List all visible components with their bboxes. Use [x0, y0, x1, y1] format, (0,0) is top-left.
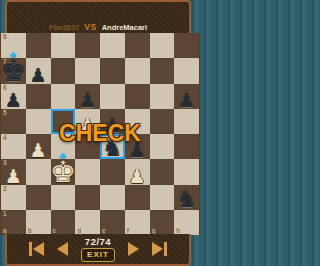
- square-h6[interactable]: ♟: [174, 84, 199, 109]
- square-d2[interactable]: [75, 185, 100, 210]
- square-a2[interactable]: 2: [1, 185, 26, 210]
- square-g1[interactable]: g: [150, 210, 175, 235]
- square-a6[interactable]: 6♟: [1, 84, 26, 109]
- square-c2[interactable]: [51, 185, 76, 210]
- square-d6[interactable]: ♟: [75, 84, 100, 109]
- exit-button[interactable]: EXIT: [81, 248, 115, 262]
- rank-label-2: 2: [3, 186, 7, 193]
- king-gem-icon: ◆: [10, 50, 16, 59]
- square-h7[interactable]: [174, 58, 199, 83]
- square-e3[interactable]: [100, 159, 125, 184]
- square-e8[interactable]: [100, 33, 125, 58]
- square-h2[interactable]: ♞: [174, 185, 199, 210]
- black-pawn-a6[interactable]: ♟: [5, 91, 22, 110]
- square-c8[interactable]: [51, 33, 76, 58]
- white-pawn-b4[interactable]: ♟: [30, 141, 47, 160]
- black-knight-e4[interactable]: ♞: [102, 137, 123, 160]
- square-e6[interactable]: [100, 84, 125, 109]
- square-e2[interactable]: [100, 185, 125, 210]
- square-b1[interactable]: b: [26, 210, 51, 235]
- previous-move-icon: [57, 242, 68, 256]
- square-d5[interactable]: ♟: [75, 109, 100, 134]
- header-panel: Fbn2037 VS AndreMacari: [5, 0, 191, 34]
- first-move-icon: [29, 242, 32, 256]
- previous-move-button[interactable]: [57, 242, 68, 256]
- square-g4[interactable]: [150, 134, 175, 159]
- last-move-icon: [152, 242, 163, 256]
- square-f2[interactable]: [125, 185, 150, 210]
- white-pawn-f3[interactable]: ♟: [129, 167, 146, 186]
- square-f5[interactable]: [125, 109, 150, 134]
- square-b3[interactable]: [26, 159, 51, 184]
- player-bar: Fbn2037 VS AndreMacari: [7, 22, 189, 32]
- square-a7[interactable]: 7♚◆: [1, 58, 26, 83]
- square-e4[interactable]: ♞: [100, 134, 125, 159]
- square-c5[interactable]: [51, 109, 76, 134]
- square-g2[interactable]: [150, 185, 175, 210]
- square-h8[interactable]: [174, 33, 199, 58]
- black-knight-h2[interactable]: ♞: [176, 188, 197, 211]
- white-king-c3[interactable]: ♚: [50, 158, 76, 187]
- black-pawn-d6[interactable]: ♟: [79, 91, 96, 110]
- square-h5[interactable]: [174, 109, 199, 134]
- square-g7[interactable]: [150, 58, 175, 83]
- rank-label-4: 4: [3, 135, 7, 142]
- move-nav-bar: 72/74 EXIT: [7, 234, 189, 264]
- square-d4[interactable]: [75, 134, 100, 159]
- square-h1[interactable]: h: [174, 210, 199, 235]
- rank-label-6: 6: [3, 85, 7, 92]
- left-player-name: Fbn2037: [49, 23, 79, 32]
- square-b2[interactable]: [26, 185, 51, 210]
- black-pawn-b7[interactable]: ♟: [30, 66, 47, 85]
- rank-label-7: 7: [3, 59, 7, 66]
- square-g8[interactable]: [150, 33, 175, 58]
- square-g6[interactable]: [150, 84, 175, 109]
- square-a3[interactable]: 3♟: [1, 159, 26, 184]
- first-move-button[interactable]: [29, 242, 44, 256]
- rank-label-8: 8: [3, 34, 7, 41]
- square-a1[interactable]: 1a: [1, 210, 26, 235]
- vs-label: VS: [84, 22, 96, 32]
- square-f3[interactable]: ♟: [125, 159, 150, 184]
- black-pawn-e5[interactable]: ♟: [104, 116, 121, 135]
- rank-label-1: 1: [3, 211, 7, 218]
- next-move-icon: [128, 242, 139, 256]
- square-c1[interactable]: c: [51, 210, 76, 235]
- square-c6[interactable]: [51, 84, 76, 109]
- square-f1[interactable]: f: [125, 210, 150, 235]
- right-player-name: AndreMacari: [102, 23, 147, 32]
- square-b8[interactable]: [26, 33, 51, 58]
- last-move-button[interactable]: [152, 242, 167, 256]
- square-d1[interactable]: d: [75, 210, 100, 235]
- square-c7[interactable]: [51, 58, 76, 83]
- square-e7[interactable]: [100, 58, 125, 83]
- move-counter-box: 72/74 EXIT: [81, 236, 115, 262]
- square-b4[interactable]: ♟: [26, 134, 51, 159]
- square-e5[interactable]: ♟: [100, 109, 125, 134]
- square-a4[interactable]: 4: [1, 134, 26, 159]
- square-d7[interactable]: [75, 58, 100, 83]
- square-d8[interactable]: [75, 33, 100, 58]
- black-pawn-f4[interactable]: ♟: [129, 141, 146, 160]
- next-move-button[interactable]: [128, 242, 139, 256]
- black-king-a7[interactable]: ♚: [0, 57, 26, 86]
- square-b7[interactable]: ♟: [26, 58, 51, 83]
- square-h4[interactable]: [174, 134, 199, 159]
- white-pawn-a3[interactable]: ♟: [5, 167, 22, 186]
- move-counter: 72/74: [85, 236, 111, 247]
- square-a5[interactable]: 5: [1, 109, 26, 134]
- chess-board[interactable]: 87♚◆♟6♟♟♟5♟♟4♟♞♟3♟♚◆♟2♞1abcdefgh: [0, 33, 200, 235]
- rank-label-3: 3: [3, 160, 7, 167]
- square-d3[interactable]: [75, 159, 100, 184]
- square-b5[interactable]: [26, 109, 51, 134]
- square-g5[interactable]: [150, 109, 175, 134]
- square-e1[interactable]: e: [100, 210, 125, 235]
- square-b6[interactable]: [26, 84, 51, 109]
- white-pawn-d5[interactable]: ♟: [79, 116, 96, 135]
- black-pawn-h6[interactable]: ♟: [178, 91, 195, 110]
- square-f4[interactable]: ♟: [125, 134, 150, 159]
- footer-panel: 72/74 EXIT: [5, 234, 191, 266]
- rank-label-5: 5: [3, 110, 7, 117]
- square-f8[interactable]: [125, 33, 150, 58]
- king-gem-icon: ◆: [60, 151, 66, 160]
- square-f6[interactable]: [125, 84, 150, 109]
- square-h3[interactable]: [174, 159, 199, 184]
- square-g3[interactable]: [150, 159, 175, 184]
- square-f7[interactable]: [125, 58, 150, 83]
- square-c3[interactable]: ♚◆: [51, 159, 76, 184]
